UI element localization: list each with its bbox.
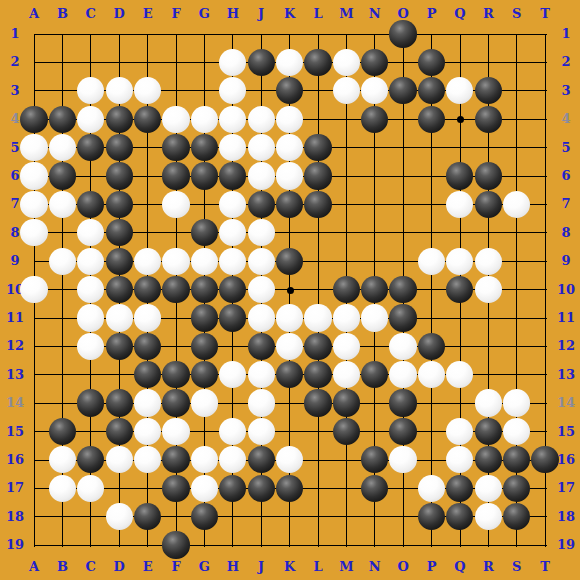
intersection-E7[interactable] [133,190,161,218]
intersection-A2[interactable] [20,48,48,76]
white-stone-M11 [333,304,360,331]
black-stone-J12 [248,333,275,360]
intersection-N4 [360,105,388,133]
intersection-J1[interactable] [247,20,275,48]
black-stone-F10 [162,276,189,303]
intersection-T18[interactable] [531,502,559,530]
intersection-O5[interactable] [389,133,417,161]
intersection-C3 [77,77,105,105]
intersection-E8[interactable] [133,219,161,247]
intersection-M17[interactable] [332,474,360,502]
intersection-N10 [360,275,388,303]
intersection-T7[interactable] [531,190,559,218]
intersection-T15[interactable] [531,417,559,445]
intersection-B16 [48,446,76,474]
intersection-T1[interactable] [531,20,559,48]
black-stone-L5 [304,134,331,161]
intersection-L2 [304,48,332,76]
intersection-M1[interactable] [332,20,360,48]
white-stone-R18 [475,503,502,530]
intersection-B19[interactable] [48,531,76,559]
intersection-T8[interactable] [531,219,559,247]
white-stone-A6 [20,162,47,189]
intersection-Q1[interactable] [446,20,474,48]
intersection-R12[interactable] [474,332,502,360]
intersection-F7 [162,190,190,218]
intersection-Q8[interactable] [446,219,474,247]
intersection-M15 [332,417,360,445]
intersection-T14[interactable] [531,389,559,417]
intersection-M18[interactable] [332,502,360,530]
intersection-N7[interactable] [360,190,388,218]
intersection-M16[interactable] [332,446,360,474]
intersection-R11[interactable] [474,304,502,332]
intersection-G19[interactable] [190,531,218,559]
intersection-A4 [20,105,48,133]
white-stone-L11 [304,304,331,331]
white-stone-C12 [77,333,104,360]
intersection-J3[interactable] [247,77,275,105]
intersection-K19[interactable] [275,531,303,559]
intersection-L14 [304,389,332,417]
intersection-B5 [48,133,76,161]
intersection-J18[interactable] [247,502,275,530]
black-stone-G5 [191,134,218,161]
intersection-N14[interactable] [360,389,388,417]
intersection-R2[interactable] [474,48,502,76]
white-stone-R10 [475,276,502,303]
intersection-K15[interactable] [275,417,303,445]
white-stone-J15 [248,418,275,445]
column-label-bottom-K: K [276,559,304,574]
intersection-M8[interactable] [332,219,360,247]
white-stone-J5 [248,134,275,161]
black-stone-H11 [219,304,246,331]
intersection-D19[interactable] [105,531,133,559]
intersection-R5[interactable] [474,133,502,161]
intersection-Q18 [446,502,474,530]
intersection-M11 [332,304,360,332]
intersection-K18[interactable] [275,502,303,530]
intersection-B10[interactable] [48,275,76,303]
intersection-N6[interactable] [360,162,388,190]
intersection-G1[interactable] [190,20,218,48]
intersection-J2 [247,48,275,76]
intersection-S5[interactable] [502,133,530,161]
black-stone-K17 [276,475,303,502]
intersection-S10[interactable] [502,275,530,303]
intersection-E1[interactable] [133,20,161,48]
intersection-T9[interactable] [531,247,559,275]
white-stone-Q16 [446,446,473,473]
intersection-P2 [417,48,445,76]
intersection-H18[interactable] [219,502,247,530]
white-stone-G17 [191,475,218,502]
intersection-R19[interactable] [474,531,502,559]
intersection-F18[interactable] [162,502,190,530]
intersection-A17[interactable] [20,474,48,502]
intersection-F1[interactable] [162,20,190,48]
intersection-O14 [389,389,417,417]
white-stone-Q7 [446,191,473,218]
intersection-S3[interactable] [502,77,530,105]
black-stone-G13 [191,361,218,388]
black-stone-T16 [531,446,558,473]
intersection-B14[interactable] [48,389,76,417]
intersection-A14[interactable] [20,389,48,417]
intersection-L9[interactable] [304,247,332,275]
intersection-H15 [219,417,247,445]
intersection-T5[interactable] [531,133,559,161]
intersection-F3[interactable] [162,77,190,105]
intersection-Q2[interactable] [446,48,474,76]
intersection-Q12[interactable] [446,332,474,360]
intersection-P16[interactable] [417,446,445,474]
intersection-H12[interactable] [219,332,247,360]
intersection-T6[interactable] [531,162,559,190]
intersection-S9[interactable] [502,247,530,275]
intersection-T13[interactable] [531,360,559,388]
white-stone-E16 [134,446,161,473]
white-stone-K16 [276,446,303,473]
intersection-B1[interactable] [48,20,76,48]
intersection-L17[interactable] [304,474,332,502]
intersection-A19[interactable] [20,531,48,559]
intersection-N3 [360,77,388,105]
intersection-E19[interactable] [133,531,161,559]
intersection-J14 [247,389,275,417]
intersection-T11[interactable] [531,304,559,332]
intersection-N9[interactable] [360,247,388,275]
intersection-T2[interactable] [531,48,559,76]
intersection-A11[interactable] [20,304,48,332]
white-stone-M3 [333,77,360,104]
intersection-N18[interactable] [360,502,388,530]
intersection-O7[interactable] [389,190,417,218]
intersection-D4 [105,105,133,133]
white-stone-G16 [191,446,218,473]
intersection-M9[interactable] [332,247,360,275]
intersection-P6[interactable] [417,162,445,190]
black-stone-P3 [418,77,445,104]
intersection-N15[interactable] [360,417,388,445]
intersection-L1[interactable] [304,20,332,48]
intersection-K11 [275,304,303,332]
black-stone-R7 [475,191,502,218]
intersection-N12[interactable] [360,332,388,360]
intersection-O8[interactable] [389,219,417,247]
intersection-G7[interactable] [190,190,218,218]
column-label-top-Q: Q [446,6,474,21]
intersection-B11[interactable] [48,304,76,332]
black-stone-N2 [361,49,388,76]
intersection-M6[interactable] [332,162,360,190]
intersection-G15[interactable] [190,417,218,445]
intersection-O15 [389,417,417,445]
black-stone-H17 [219,475,246,502]
black-stone-O15 [389,418,416,445]
intersection-T12[interactable] [531,332,559,360]
intersection-L16[interactable] [304,446,332,474]
column-label-bottom-E: E [134,559,162,574]
intersection-H2 [219,48,247,76]
intersection-L13 [304,360,332,388]
white-stone-B7 [49,191,76,218]
intersection-P13 [417,360,445,388]
black-stone-K9 [276,248,303,275]
black-stone-N16 [361,446,388,473]
intersection-B7 [48,190,76,218]
intersection-N5[interactable] [360,133,388,161]
intersection-N19[interactable] [360,531,388,559]
intersection-P14[interactable] [417,389,445,417]
intersection-D9 [105,247,133,275]
intersection-R1[interactable] [474,20,502,48]
intersection-L10[interactable] [304,275,332,303]
intersection-T10[interactable] [531,275,559,303]
intersection-F15 [162,417,190,445]
intersection-A12[interactable] [20,332,48,360]
intersection-S2[interactable] [502,48,530,76]
white-stone-D3 [106,77,133,104]
intersection-C15[interactable] [77,417,105,445]
intersection-H3 [219,77,247,105]
intersection-R13[interactable] [474,360,502,388]
intersection-O16 [389,446,417,474]
intersection-G8 [190,219,218,247]
intersection-Q5[interactable] [446,133,474,161]
intersection-A15[interactable] [20,417,48,445]
intersection-B3[interactable] [48,77,76,105]
intersection-H6 [219,162,247,190]
column-label-top-P: P [418,6,446,21]
intersection-S8[interactable] [502,219,530,247]
black-stone-N17 [361,475,388,502]
intersection-O2[interactable] [389,48,417,76]
intersection-E17[interactable] [133,474,161,502]
intersection-H14[interactable] [219,389,247,417]
intersection-S13[interactable] [502,360,530,388]
intersection-H1[interactable] [219,20,247,48]
white-stone-H3 [219,77,246,104]
intersection-Q14[interactable] [446,389,474,417]
intersection-B17 [48,474,76,502]
intersection-Q7 [446,190,474,218]
intersection-E6[interactable] [133,162,161,190]
intersection-M7[interactable] [332,190,360,218]
intersection-H19[interactable] [219,531,247,559]
intersection-G13 [190,360,218,388]
intersection-M5[interactable] [332,133,360,161]
intersection-P12 [417,332,445,360]
intersection-K8[interactable] [275,219,303,247]
intersection-O4[interactable] [389,105,417,133]
intersection-P11[interactable] [417,304,445,332]
black-stone-R16 [475,446,502,473]
white-stone-S15 [503,418,530,445]
intersection-O9[interactable] [389,247,417,275]
intersection-J10 [247,275,275,303]
intersection-P5[interactable] [417,133,445,161]
intersection-D1[interactable] [105,20,133,48]
black-stone-B4 [49,106,76,133]
intersection-Q11[interactable] [446,304,474,332]
intersection-Q4[interactable] [446,105,474,133]
intersection-L15[interactable] [304,417,332,445]
intersection-R15 [474,417,502,445]
intersection-H16 [219,446,247,474]
black-stone-Q6 [446,162,473,189]
white-stone-E3 [134,77,161,104]
intersection-M19[interactable] [332,531,360,559]
intersection-H5 [219,133,247,161]
intersection-B12[interactable] [48,332,76,360]
intersection-J19[interactable] [247,531,275,559]
intersection-E5[interactable] [133,133,161,161]
intersection-L8[interactable] [304,219,332,247]
intersection-C5 [77,133,105,161]
black-stone-Q10 [446,276,473,303]
intersection-D2[interactable] [105,48,133,76]
intersection-F12[interactable] [162,332,190,360]
intersection-B8[interactable] [48,219,76,247]
intersection-F11[interactable] [162,304,190,332]
intersection-L19[interactable] [304,531,332,559]
intersection-D13[interactable] [105,360,133,388]
intersection-O18[interactable] [389,502,417,530]
intersection-Q19[interactable] [446,531,474,559]
column-label-bottom-L: L [304,559,332,574]
intersection-A8 [20,219,48,247]
intersection-F5 [162,133,190,161]
intersection-N1[interactable] [360,20,388,48]
intersection-N8[interactable] [360,219,388,247]
intersection-B2[interactable] [48,48,76,76]
intersection-M13 [332,360,360,388]
intersection-A1[interactable] [20,20,48,48]
intersection-C19[interactable] [77,531,105,559]
intersection-F2[interactable] [162,48,190,76]
intersection-P8[interactable] [417,219,445,247]
intersection-P15[interactable] [417,417,445,445]
intersection-P1[interactable] [417,20,445,48]
intersection-K14[interactable] [275,389,303,417]
intersection-P4 [417,105,445,133]
intersection-M4[interactable] [332,105,360,133]
intersection-O17[interactable] [389,474,417,502]
black-stone-C5 [77,134,104,161]
intersection-A3[interactable] [20,77,48,105]
white-stone-E15 [134,418,161,445]
black-stone-F6 [162,162,189,189]
intersection-G12 [190,332,218,360]
intersection-S19[interactable] [502,531,530,559]
intersection-P19[interactable] [417,531,445,559]
intersection-A18[interactable] [20,502,48,530]
black-stone-D12 [106,333,133,360]
white-stone-A10 [20,276,47,303]
column-label-top-S: S [503,6,531,21]
intersection-S4[interactable] [502,105,530,133]
black-stone-O14 [389,389,416,416]
intersection-B18[interactable] [48,502,76,530]
intersection-K16 [275,446,303,474]
white-stone-F4 [162,106,189,133]
intersection-L18[interactable] [304,502,332,530]
white-stone-H7 [219,191,246,218]
intersection-G3[interactable] [190,77,218,105]
black-stone-D10 [106,276,133,303]
intersection-B13[interactable] [48,360,76,388]
black-stone-S18 [503,503,530,530]
intersection-D15 [105,417,133,445]
intersection-A13[interactable] [20,360,48,388]
intersection-Q17 [446,474,474,502]
intersection-T17[interactable] [531,474,559,502]
intersection-F8[interactable] [162,219,190,247]
intersection-P10[interactable] [417,275,445,303]
intersection-S1[interactable] [502,20,530,48]
intersection-S11[interactable] [502,304,530,332]
black-stone-E13 [134,361,161,388]
white-stone-A8 [20,219,47,246]
intersection-S12[interactable] [502,332,530,360]
intersection-A16[interactable] [20,446,48,474]
intersection-S6[interactable] [502,162,530,190]
column-label-bottom-N: N [361,559,389,574]
white-stone-N11 [361,304,388,331]
black-stone-P12 [418,333,445,360]
intersection-Q3 [446,77,474,105]
intersection-J7 [247,190,275,218]
intersection-O6[interactable] [389,162,417,190]
intersection-L4[interactable] [304,105,332,133]
intersection-E18 [133,502,161,530]
intersection-T3[interactable] [531,77,559,105]
intersection-G2[interactable] [190,48,218,76]
intersection-K10[interactable] [275,275,303,303]
intersection-P9 [417,247,445,275]
intersection-F9 [162,247,190,275]
intersection-C6[interactable] [77,162,105,190]
white-stone-C9 [77,248,104,275]
intersection-P7[interactable] [417,190,445,218]
intersection-A9[interactable] [20,247,48,275]
intersection-E10 [133,275,161,303]
intersection-R8[interactable] [474,219,502,247]
intersection-L3[interactable] [304,77,332,105]
black-stone-E18 [134,503,161,530]
intersection-E2[interactable] [133,48,161,76]
intersection-T4[interactable] [531,105,559,133]
intersection-C13[interactable] [77,360,105,388]
intersection-T19[interactable] [531,531,559,559]
intersection-P3 [417,77,445,105]
white-stone-H2 [219,49,246,76]
intersection-J16 [247,446,275,474]
intersection-K1[interactable] [275,20,303,48]
black-stone-G8 [191,219,218,246]
white-stone-J11 [248,304,275,331]
intersection-D17[interactable] [105,474,133,502]
intersection-S7 [502,190,530,218]
intersection-O19[interactable] [389,531,417,559]
intersection-C18[interactable] [77,502,105,530]
intersection-C2[interactable] [77,48,105,76]
intersection-R6 [474,162,502,190]
intersection-C1[interactable] [77,20,105,48]
intersection-C7 [77,190,105,218]
